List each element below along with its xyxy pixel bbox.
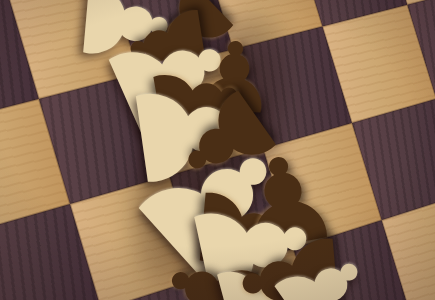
toppled-pieces-layer: ♟♟♟♟♟♟♟♟♟♟♟♟♟♟♟♟ [0, 0, 435, 300]
chessboard-photo: ♟♟♟♟♟♟♟♟♟♟♟♟♟♟♟♟ [0, 0, 435, 300]
